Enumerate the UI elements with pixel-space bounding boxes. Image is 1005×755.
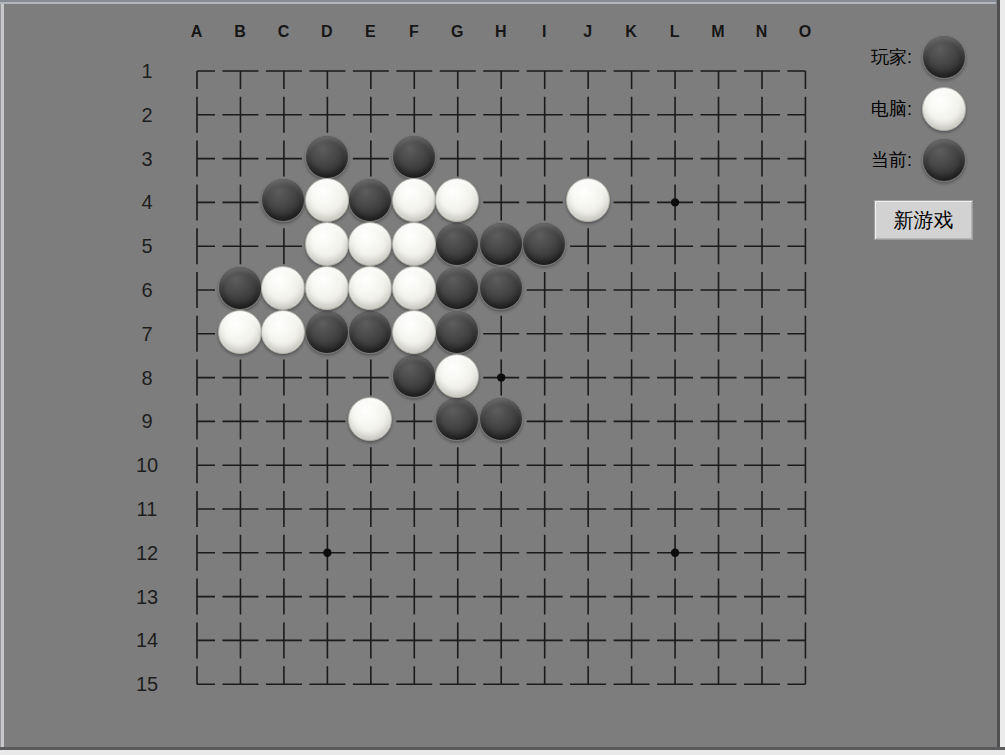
- col-label-C: C: [278, 23, 290, 41]
- star-point-H8: [497, 373, 505, 381]
- row-label-8: 8: [141, 366, 152, 389]
- stone-h5-black: [479, 222, 523, 266]
- stone-f5-white: [392, 222, 436, 266]
- row-label-5: 5: [141, 235, 152, 258]
- current-turn-label: 当前:: [856, 137, 912, 183]
- col-label-J: J: [583, 23, 592, 41]
- new-game-button[interactable]: 新游戏: [874, 200, 973, 240]
- computer-label: 电脑:: [856, 86, 912, 132]
- current-turn-stone-indicator: [922, 138, 966, 182]
- player-stone-indicator: [922, 35, 966, 79]
- stone-d4-white: [305, 178, 349, 222]
- col-label-N: N: [756, 23, 768, 41]
- col-label-B: B: [234, 23, 246, 41]
- row-label-1: 1: [141, 60, 152, 83]
- col-label-L: L: [670, 23, 680, 41]
- stone-g6-black: [435, 266, 479, 310]
- col-label-A: A: [191, 23, 203, 41]
- window-frame-left: [0, 0, 4, 755]
- col-label-D: D: [321, 23, 333, 41]
- stone-d6-white: [305, 266, 349, 310]
- row-label-9: 9: [141, 410, 152, 433]
- window-frame-right: [996, 0, 1005, 755]
- col-label-I: I: [542, 23, 546, 41]
- col-label-E: E: [365, 23, 376, 41]
- row-label-14: 14: [136, 629, 158, 652]
- row-label-4: 4: [141, 191, 152, 214]
- row-label-13: 13: [136, 585, 158, 608]
- stone-f6-white: [392, 266, 436, 310]
- board-grid[interactable]: [197, 71, 805, 684]
- player-row: 玩家:: [856, 34, 986, 80]
- gomoku-game-window: ABCDEFGHIJKLMNO 123456789101112131415 新游…: [0, 0, 1005, 755]
- stone-d7-black: [305, 310, 349, 354]
- col-label-O: O: [799, 23, 811, 41]
- stone-g7-black: [435, 310, 479, 354]
- stone-d3-black: [305, 135, 349, 179]
- row-label-15: 15: [136, 673, 158, 696]
- stone-j4-white: [566, 178, 610, 222]
- stone-c7-white: [261, 310, 305, 354]
- row-label-11: 11: [137, 498, 158, 521]
- computer-row: 电脑:: [856, 86, 986, 132]
- star-point-L12: [670, 549, 678, 557]
- stone-e6-white: [348, 266, 392, 310]
- row-label-12: 12: [136, 541, 158, 564]
- window-frame-top: [0, 0, 1005, 4]
- window-frame-bottom: [0, 747, 1005, 755]
- star-point-L4: [670, 198, 678, 206]
- stone-d5-white: [305, 222, 349, 266]
- stone-h9-black: [479, 397, 523, 441]
- stone-e7-black: [348, 310, 392, 354]
- row-label-3: 3: [141, 147, 152, 170]
- player-label: 玩家:: [856, 34, 912, 80]
- col-label-F: F: [409, 23, 419, 41]
- col-label-M: M: [711, 23, 724, 41]
- col-label-H: H: [495, 23, 507, 41]
- computer-stone-indicator: [922, 87, 966, 131]
- star-point-D12: [323, 549, 331, 557]
- row-label-2: 2: [141, 103, 152, 126]
- stone-f7-white: [392, 310, 436, 354]
- stone-g8-white: [435, 354, 479, 398]
- stone-f3-black: [392, 135, 436, 179]
- col-label-G: G: [451, 23, 463, 41]
- current-turn-row: 当前:: [856, 137, 986, 183]
- stone-b7-white: [218, 310, 262, 354]
- col-label-K: K: [625, 23, 637, 41]
- row-label-7: 7: [141, 322, 152, 345]
- stone-b6-black: [218, 266, 262, 310]
- stone-f4-white: [392, 178, 436, 222]
- row-label-10: 10: [136, 454, 158, 477]
- stone-f8-black: [392, 354, 436, 398]
- row-label-6: 6: [141, 279, 152, 302]
- stone-h6-black: [479, 266, 523, 310]
